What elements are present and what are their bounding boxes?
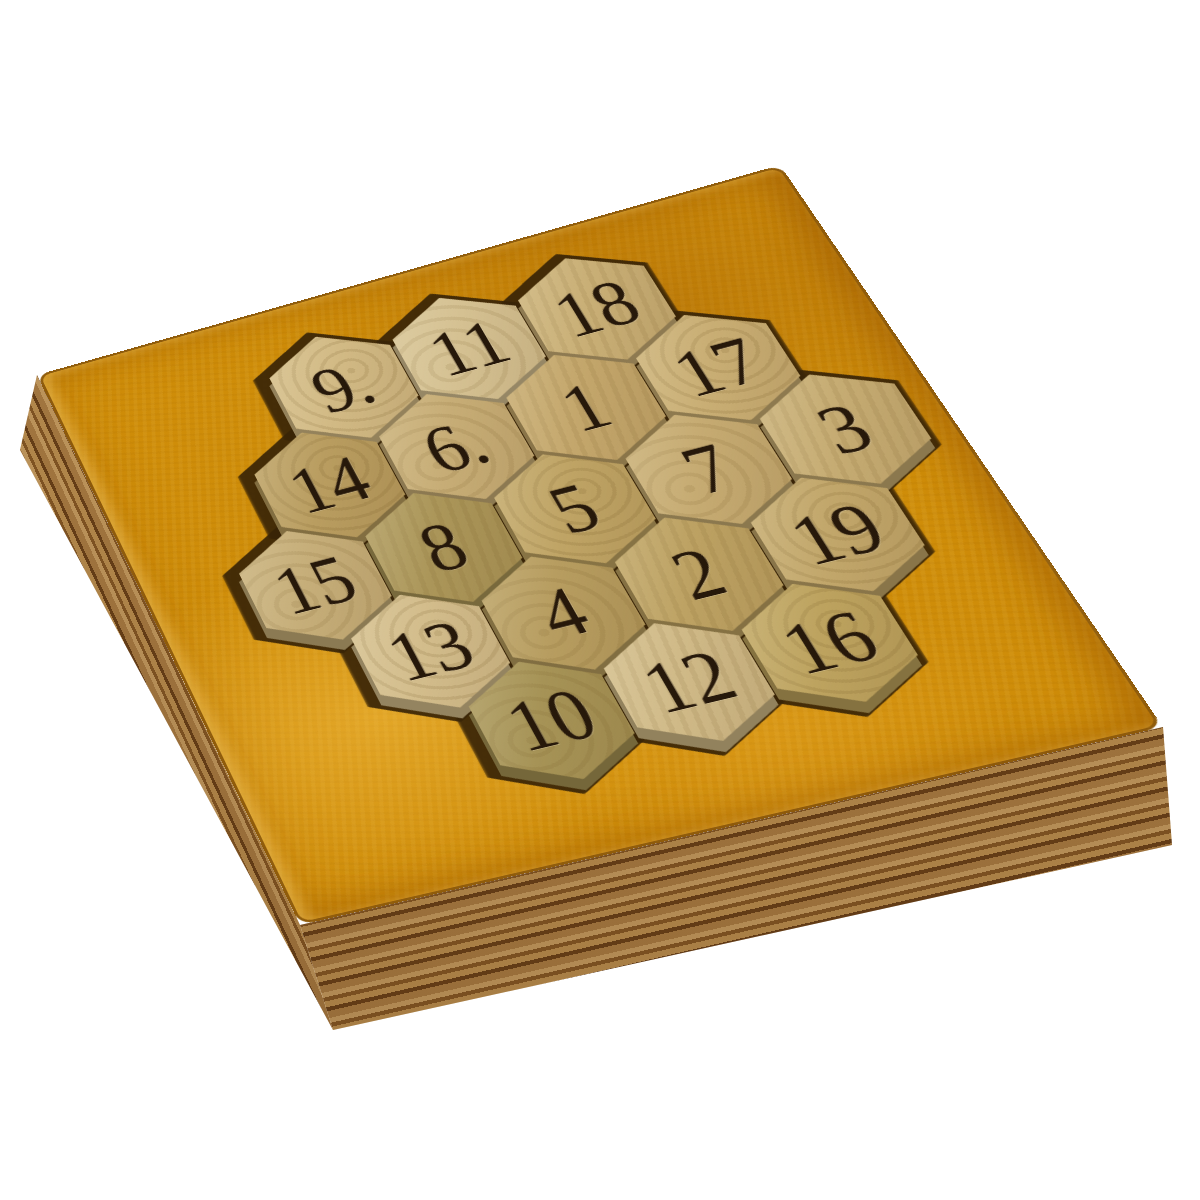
tile-number: 7: [669, 432, 747, 505]
tile-number: 13: [375, 609, 485, 693]
tile-number: 1: [549, 372, 623, 443]
tile-number: 6.: [412, 408, 501, 484]
tile-number: 8: [407, 511, 479, 584]
tile-number: 14: [278, 445, 382, 525]
tile-number: 5: [537, 472, 612, 545]
product-photo-background: 9.1118146.117158573134219101216: [0, 0, 1200, 1200]
tile-number: 10: [494, 676, 609, 763]
tile-number: 19: [776, 491, 898, 577]
tile-number: 3: [804, 392, 885, 466]
tile-number: 2: [659, 536, 738, 612]
tile-number: 15: [263, 544, 368, 626]
tile-number: 9.: [301, 350, 386, 423]
tile-number: 16: [768, 598, 892, 686]
tile-number: 18: [542, 269, 652, 348]
tile-number: 4: [525, 575, 601, 650]
tile-number: 12: [629, 638, 748, 726]
tile-number: 17: [660, 326, 775, 407]
tile-number: 11: [417, 309, 520, 387]
